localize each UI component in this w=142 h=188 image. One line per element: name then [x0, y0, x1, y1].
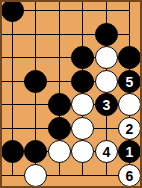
black-stone — [48, 117, 71, 140]
black-stone — [1, 0, 24, 22]
white-stone — [24, 164, 47, 187]
white-stone — [95, 46, 118, 69]
move-2-stone: 2 — [118, 117, 141, 140]
black-stone — [48, 93, 71, 116]
black-stone — [71, 70, 94, 93]
white-stone — [118, 93, 141, 116]
white-stone — [71, 117, 94, 140]
white-stone — [48, 140, 71, 163]
black-stone — [95, 23, 118, 46]
white-stone — [95, 70, 118, 93]
black-stone — [1, 140, 24, 163]
white-stone — [71, 93, 94, 116]
black-stone — [118, 46, 141, 69]
move-6-stone: 6 — [118, 164, 141, 187]
black-stone — [24, 140, 47, 163]
black-stone — [24, 70, 47, 93]
go-board: 532416 — [0, 0, 142, 188]
move-4-stone: 4 — [95, 140, 118, 163]
move-1-stone: 1 — [118, 140, 141, 163]
grid-line-horizontal-7 — [2, 175, 130, 176]
black-stone — [71, 46, 94, 69]
move-3-stone: 3 — [95, 93, 118, 116]
move-5-stone: 5 — [118, 70, 141, 93]
white-stone — [71, 140, 94, 163]
